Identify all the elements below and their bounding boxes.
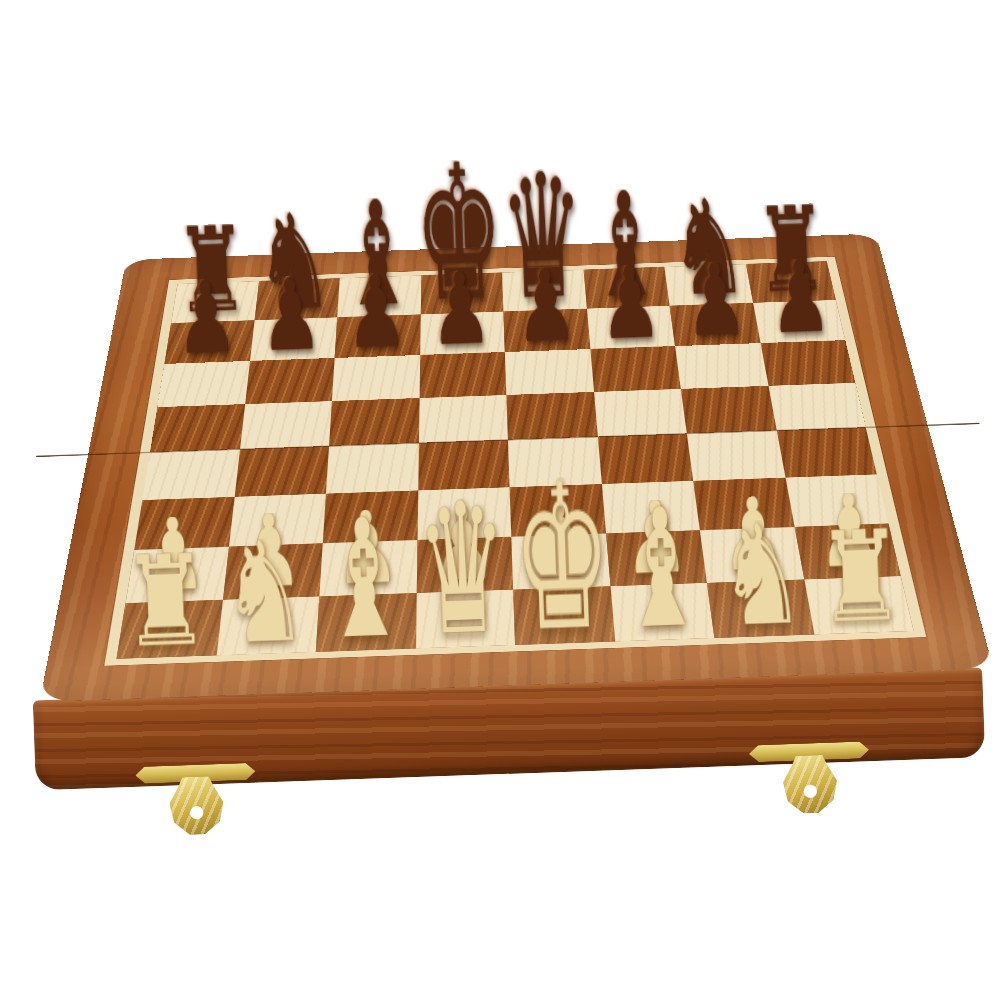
square-a1[interactable]: ♜: [117, 600, 223, 659]
piece-black-pawn[interactable]: ♟: [174, 278, 238, 359]
piece-white-knight[interactable]: ♞: [220, 536, 309, 650]
square-h5[interactable]: [768, 383, 866, 431]
square-e1[interactable]: ♚: [513, 586, 615, 645]
square-b5[interactable]: [240, 401, 332, 449]
square-g5[interactable]: [681, 386, 776, 434]
square-b6[interactable]: [245, 358, 335, 404]
square-a7[interactable]: ♟: [164, 320, 254, 364]
piece-black-pawn[interactable]: ♟: [599, 264, 663, 345]
square-c7[interactable]: ♟: [335, 314, 421, 358]
square-e5[interactable]: [506, 392, 597, 440]
square-c5[interactable]: [329, 398, 419, 446]
square-c1[interactable]: ♝: [316, 593, 416, 652]
piece-white-queen[interactable]: ♛: [415, 496, 510, 643]
square-e6[interactable]: [505, 349, 594, 395]
square-h1[interactable]: ♜: [804, 576, 914, 635]
chess-board: ♜♞♝♚♛♝♞♜♟♟♟♟♟♟♟♟♟♟♟♟♟♟♟♟♜♞♝♛♚♝♞♜: [39, 234, 993, 702]
square-a4[interactable]: [142, 449, 239, 500]
piece-white-bishop[interactable]: ♝: [618, 503, 706, 636]
square-a6[interactable]: [157, 361, 249, 407]
product-photo-scene: ♜♞♝♚♛♝♞♜♟♟♟♟♟♟♟♟♟♟♟♟♟♟♟♟♜♞♝♛♚♝♞♜: [0, 0, 1000, 1000]
board-grid: ♜♞♝♚♛♝♞♜♟♟♟♟♟♟♟♟♟♟♟♟♟♟♟♟♜♞♝♛♚♝♞♜: [104, 257, 926, 666]
brass-latch-right: [749, 741, 871, 817]
latch-clasp-icon: [165, 776, 227, 836]
square-c6[interactable]: [332, 355, 420, 401]
square-d6[interactable]: [419, 352, 506, 398]
piece-white-king[interactable]: ♚: [510, 475, 613, 639]
square-f7[interactable]: ♟: [586, 306, 675, 350]
piece-black-pawn[interactable]: ♟: [684, 261, 748, 342]
piece-black-pawn[interactable]: ♟: [514, 267, 578, 348]
square-d7[interactable]: ♟: [420, 311, 505, 355]
square-h4[interactable]: [776, 427, 876, 477]
piece-white-rook[interactable]: ♜: [815, 527, 906, 630]
square-b7[interactable]: ♟: [250, 317, 338, 361]
square-f1[interactable]: ♝: [610, 583, 714, 642]
piece-black-pawn[interactable]: ♟: [259, 275, 323, 356]
board-frame: ♜♞♝♚♛♝♞♜♟♟♟♟♟♟♟♟♟♟♟♟♟♟♟♟♜♞♝♛♚♝♞♜: [39, 234, 993, 702]
brass-latch-left: [135, 763, 257, 839]
square-g1[interactable]: ♞: [707, 579, 814, 638]
square-e7[interactable]: ♟: [503, 308, 590, 352]
square-g4[interactable]: [687, 430, 785, 480]
square-h6[interactable]: [760, 340, 855, 385]
square-a5[interactable]: [150, 404, 245, 452]
square-d5[interactable]: [418, 395, 507, 443]
piece-black-pawn[interactable]: ♟: [429, 270, 493, 351]
piece-white-knight[interactable]: ♞: [717, 519, 806, 633]
piece-white-bishop[interactable]: ♝: [319, 513, 407, 646]
square-f6[interactable]: [590, 346, 681, 392]
piece-white-rook[interactable]: ♜: [120, 551, 211, 654]
square-f5[interactable]: [594, 389, 687, 437]
latch-clasp-icon: [779, 754, 841, 814]
square-h7[interactable]: ♟: [753, 300, 846, 343]
square-b4[interactable]: [234, 446, 329, 497]
square-g6[interactable]: [675, 343, 768, 389]
piece-black-pawn[interactable]: ♟: [769, 258, 833, 339]
square-d1[interactable]: ♛: [415, 589, 515, 648]
square-b1[interactable]: ♞: [216, 596, 319, 655]
piece-black-pawn[interactable]: ♟: [344, 272, 408, 353]
square-g7[interactable]: ♟: [670, 303, 761, 346]
